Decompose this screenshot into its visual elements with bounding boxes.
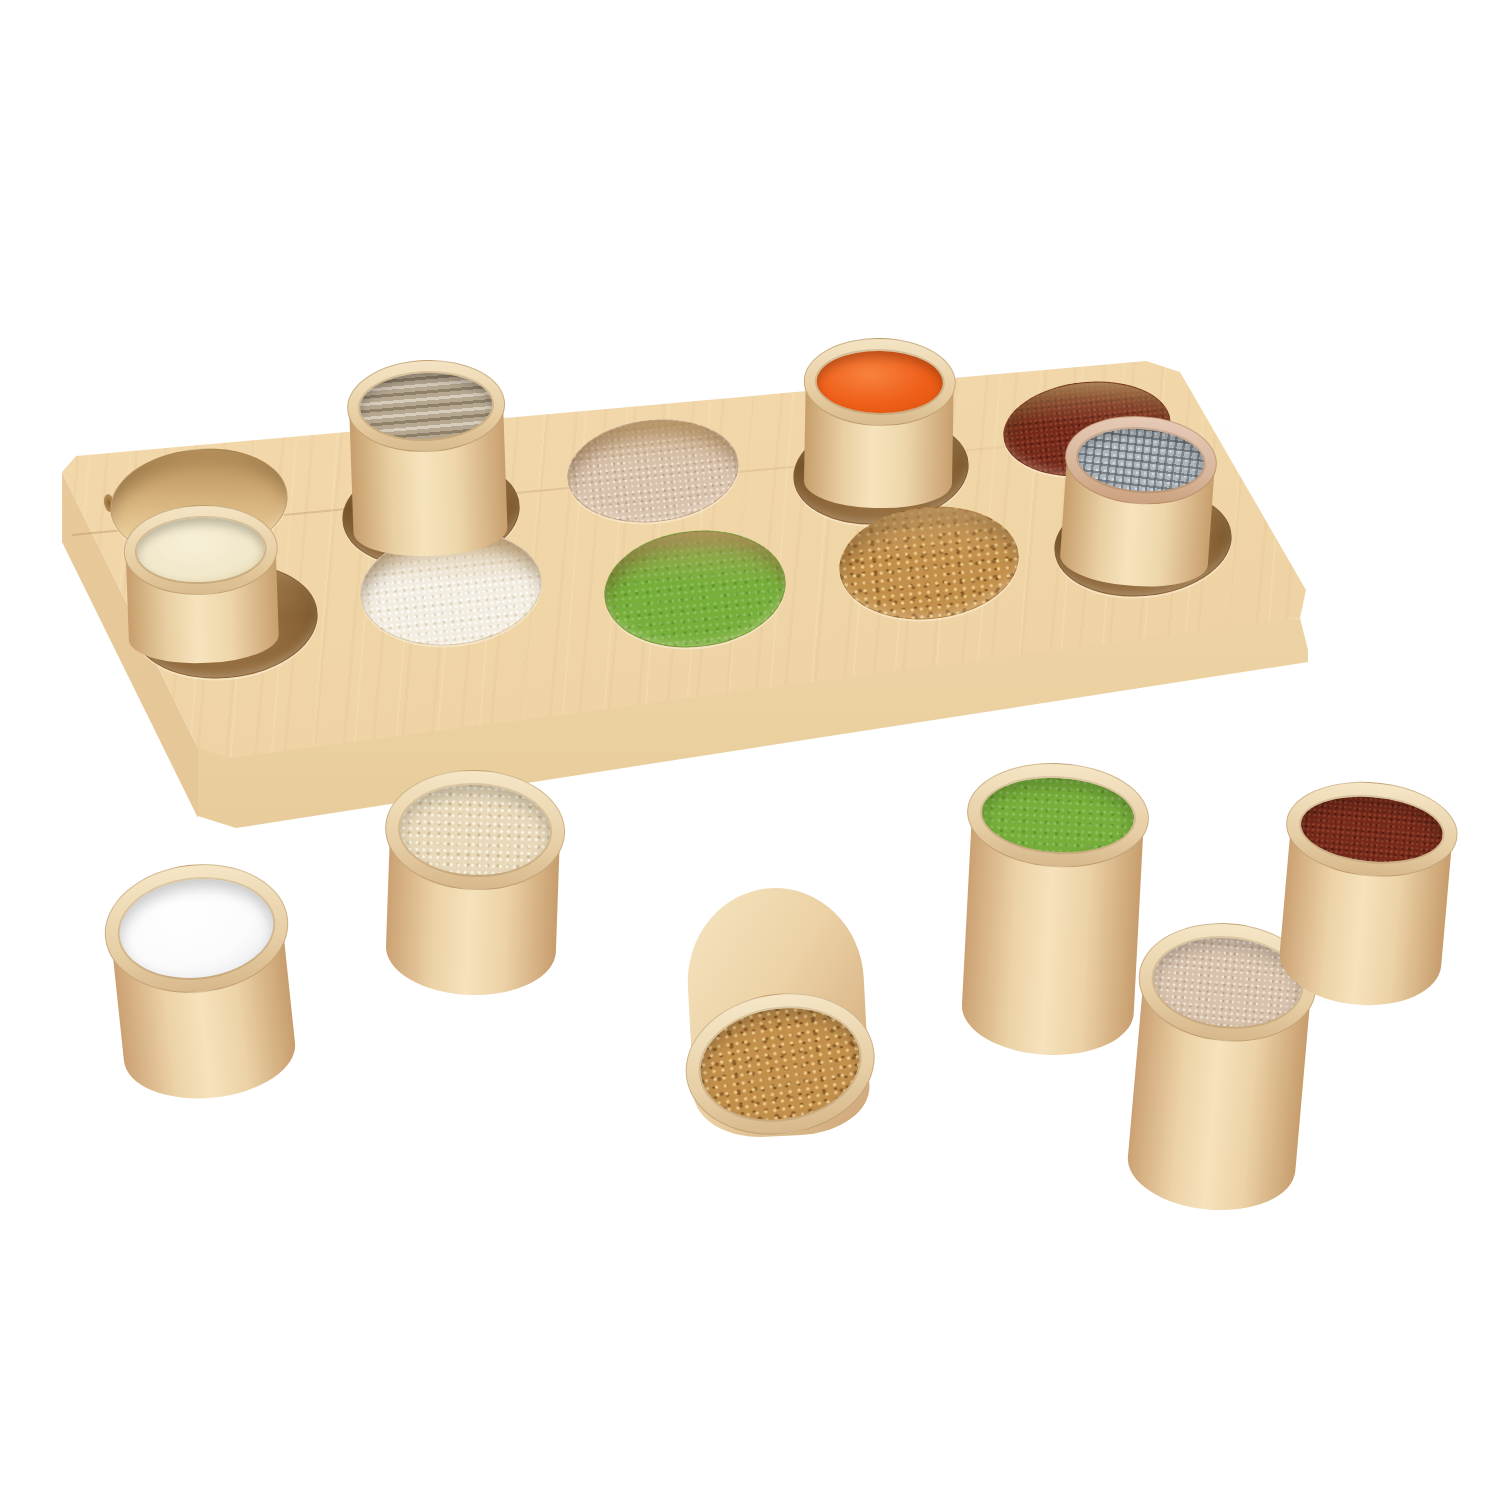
texture-mesh-surface bbox=[1076, 425, 1206, 496]
texture-cork-surface bbox=[693, 997, 868, 1131]
loose-cylinder-green-felt[interactable] bbox=[950, 758, 1155, 1063]
texture-green-felt-surface bbox=[980, 774, 1136, 856]
loose-cylinder-sponge[interactable] bbox=[374, 767, 572, 1013]
product-photo-scene bbox=[0, 0, 1500, 1500]
texture-ridged-surface bbox=[359, 371, 493, 442]
loose-cylinder-white[interactable] bbox=[95, 855, 316, 1183]
texture-white-surface bbox=[115, 872, 278, 986]
cylinder-ridged-in-slot-r1c2[interactable] bbox=[346, 357, 511, 562]
loose-cylinder-maroon[interactable] bbox=[1261, 774, 1470, 1018]
loose-cylinder-cork[interactable] bbox=[676, 883, 880, 1163]
texture-sponge-surface bbox=[399, 782, 552, 877]
texture-maroon-surface bbox=[1298, 791, 1445, 867]
cylinder-cream-in-slot-r2c1[interactable] bbox=[122, 502, 282, 669]
cylinder-mesh-in-slot-r2c5[interactable] bbox=[1056, 411, 1220, 595]
cylinder-orange-in-slot-r1c4[interactable] bbox=[801, 337, 956, 514]
texture-orange-surface bbox=[816, 350, 943, 414]
texture-cream-surface bbox=[136, 516, 266, 584]
board-top-face bbox=[0, 0, 1500, 1500]
